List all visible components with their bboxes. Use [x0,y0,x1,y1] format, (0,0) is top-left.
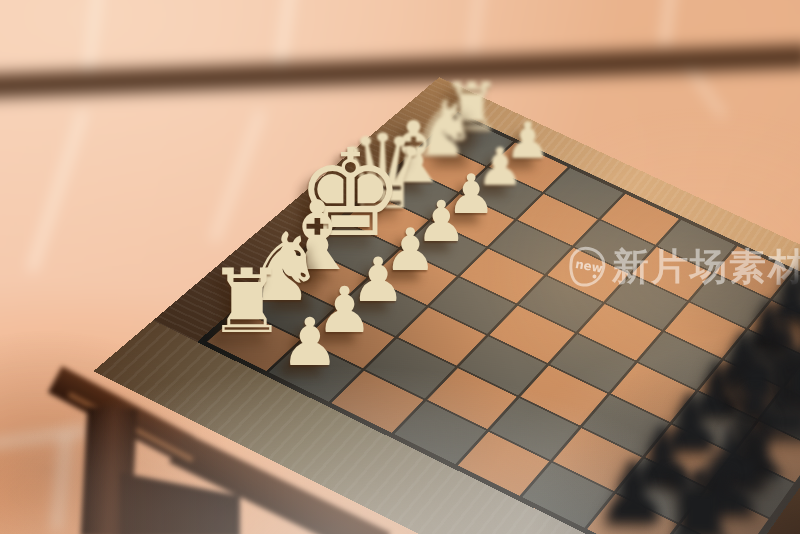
watermark-logo-text: new [574,257,604,276]
watermark: new 新片场素材 [569,242,800,292]
watermark-logo-icon: new [566,244,608,290]
watermark-logo-dot [592,274,597,279]
watermark-text: 新片场素材 [612,242,800,292]
chess-photo-scene: ♜♞♝♛♚♝♞♜♟♟♟♟♟♟♟♟♟♟♟♟♟♟♟♟♜♞♝♛♚♝♞♜ new 新片场… [0,0,800,534]
